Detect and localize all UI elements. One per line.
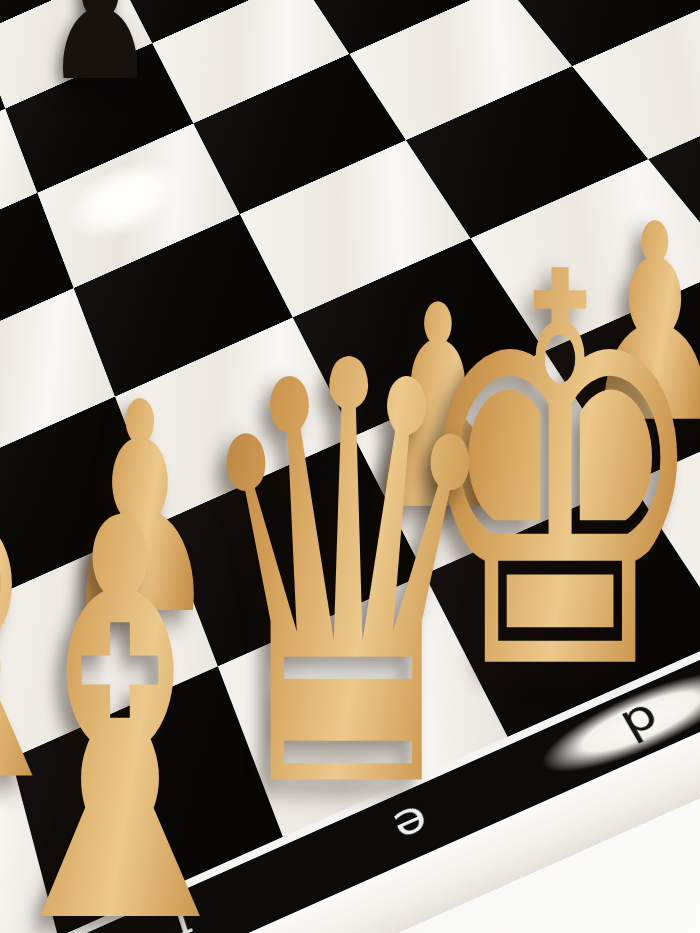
file-label-d: d (614, 696, 668, 749)
file-label-e: e (388, 797, 436, 851)
board-perspective-wrap: hgfedcba (0, 0, 700, 933)
file-label-f: f (168, 901, 199, 933)
photo-stage: hgfedcba ♟♟♟♟♚♝♛♝ (0, 0, 700, 933)
